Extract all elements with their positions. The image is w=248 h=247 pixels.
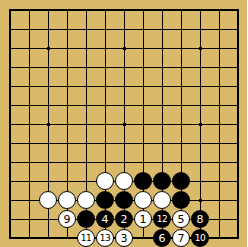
- stone-white: [39, 191, 57, 209]
- stone-grid: 94211258111336710: [1, 1, 248, 247]
- move-number-label: 1: [140, 214, 147, 225]
- stone-white-move-11: 11: [77, 229, 95, 247]
- stone-white-move-5: 5: [172, 210, 190, 228]
- stone-black: [115, 191, 133, 209]
- move-number-label: 2: [121, 214, 128, 225]
- stone-white: [58, 191, 76, 209]
- stone-black-move-10: 10: [191, 229, 209, 247]
- stone-black: [172, 191, 190, 209]
- move-number-label: 6: [159, 233, 166, 244]
- stone-black: [172, 172, 190, 190]
- move-number-label: 10: [195, 234, 205, 243]
- go-board: 94211258111336710: [0, 0, 247, 247]
- move-number-label: 3: [121, 233, 128, 244]
- stone-white: [153, 191, 171, 209]
- stone-white-move-7: 7: [172, 229, 190, 247]
- stone-black-move-8: 8: [191, 210, 209, 228]
- stone-white-move-13: 13: [96, 229, 114, 247]
- stone-white-move-9: 9: [58, 210, 76, 228]
- stone-white-move-1: 1: [134, 210, 152, 228]
- stone-black: [77, 210, 95, 228]
- stone-black-move-12: 12: [153, 210, 171, 228]
- move-number-label: 7: [178, 233, 185, 244]
- stone-black-move-4: 4: [96, 210, 114, 228]
- move-number-label: 12: [157, 215, 167, 224]
- stone-black-move-6: 6: [153, 229, 171, 247]
- move-number-label: 9: [64, 214, 71, 225]
- stone-black: [153, 172, 171, 190]
- move-number-label: 13: [100, 234, 110, 243]
- move-number-label: 8: [197, 214, 204, 225]
- stone-black: [134, 172, 152, 190]
- stone-white: [77, 191, 95, 209]
- move-number-label: 4: [102, 214, 109, 225]
- stone-black: [96, 191, 114, 209]
- move-number-label: 5: [178, 214, 185, 225]
- stone-white: [96, 172, 114, 190]
- stone-white: [115, 172, 133, 190]
- stone-white: [134, 191, 152, 209]
- move-number-label: 11: [81, 234, 91, 243]
- stone-black-move-2: 2: [115, 210, 133, 228]
- stone-white-move-3: 3: [115, 229, 133, 247]
